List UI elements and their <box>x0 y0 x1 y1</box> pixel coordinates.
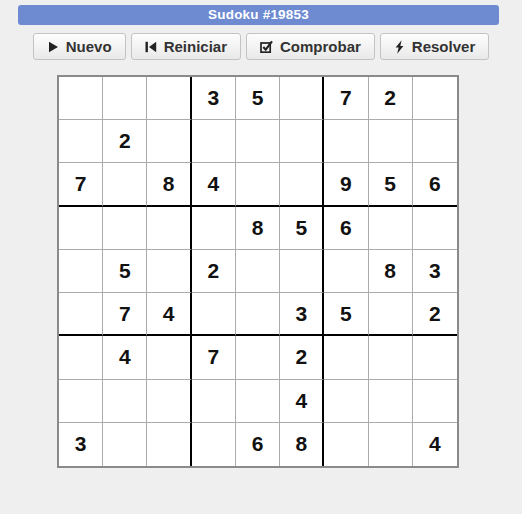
cell-r5c3[interactable] <box>147 250 191 293</box>
cell-r5c2[interactable]: 5 <box>103 250 147 293</box>
cell-r7c6[interactable]: 2 <box>280 336 324 379</box>
cell-r9c3[interactable] <box>147 423 191 466</box>
cell-r9c6[interactable]: 8 <box>280 423 324 466</box>
cell-r9c9[interactable]: 4 <box>413 423 457 466</box>
play-icon <box>47 41 59 53</box>
skip-to-start-icon <box>145 41 157 53</box>
cell-r7c5[interactable] <box>236 336 280 379</box>
new-game-label: Nuevo <box>66 38 112 55</box>
cell-r7c3[interactable] <box>147 336 191 379</box>
cell-r1c9[interactable] <box>413 77 457 120</box>
cell-r4c6[interactable]: 5 <box>280 207 324 250</box>
toolbar: Nuevo Reiniciar Comprobar <box>0 33 522 60</box>
cell-r9c8[interactable] <box>369 423 413 466</box>
cell-r9c7[interactable] <box>324 423 368 466</box>
cell-r6c8[interactable] <box>369 293 413 336</box>
cell-r4c2[interactable] <box>103 207 147 250</box>
cell-r3c8[interactable]: 5 <box>369 163 413 206</box>
cell-r2c8[interactable] <box>369 120 413 163</box>
cell-r8c4[interactable] <box>192 380 236 423</box>
cell-r9c1[interactable]: 3 <box>59 423 103 466</box>
restart-button[interactable]: Reiniciar <box>131 33 241 60</box>
cell-r1c3[interactable] <box>147 77 191 120</box>
cell-r3c4[interactable]: 4 <box>192 163 236 206</box>
restart-label: Reiniciar <box>164 38 227 55</box>
cell-r6c5[interactable] <box>236 293 280 336</box>
cell-r7c8[interactable] <box>369 336 413 379</box>
cell-r1c7[interactable]: 7 <box>324 77 368 120</box>
cell-r6c7[interactable]: 5 <box>324 293 368 336</box>
cell-r9c4[interactable] <box>192 423 236 466</box>
solve-label: Resolver <box>412 38 475 55</box>
sudoku-app: Sudoku #19853 Nuevo Reiniciar <box>0 0 522 514</box>
cell-r1c8[interactable]: 2 <box>369 77 413 120</box>
cell-r4c5[interactable]: 8 <box>236 207 280 250</box>
cell-r8c2[interactable] <box>103 380 147 423</box>
cell-r8c8[interactable] <box>369 380 413 423</box>
cell-r3c2[interactable] <box>103 163 147 206</box>
check-button[interactable]: Comprobar <box>246 33 375 60</box>
cell-r4c3[interactable] <box>147 207 191 250</box>
cell-r8c1[interactable] <box>59 380 103 423</box>
cell-r5c1[interactable] <box>59 250 103 293</box>
cell-r3c1[interactable]: 7 <box>59 163 103 206</box>
cell-r3c6[interactable] <box>280 163 324 206</box>
cell-r4c1[interactable] <box>59 207 103 250</box>
cell-r2c9[interactable] <box>413 120 457 163</box>
solve-button[interactable]: Resolver <box>380 33 489 60</box>
cell-r5c5[interactable] <box>236 250 280 293</box>
cell-r5c7[interactable] <box>324 250 368 293</box>
cell-r2c7[interactable] <box>324 120 368 163</box>
cell-r1c2[interactable] <box>103 77 147 120</box>
cell-r3c9[interactable]: 6 <box>413 163 457 206</box>
cell-r2c4[interactable] <box>192 120 236 163</box>
cell-r7c2[interactable]: 4 <box>103 336 147 379</box>
cell-r2c3[interactable] <box>147 120 191 163</box>
cell-r5c9[interactable]: 3 <box>413 250 457 293</box>
page-title: Sudoku #19853 <box>18 5 499 25</box>
cell-r8c7[interactable] <box>324 380 368 423</box>
cell-r4c8[interactable] <box>369 207 413 250</box>
cell-r1c4[interactable]: 3 <box>192 77 236 120</box>
cell-r6c9[interactable]: 2 <box>413 293 457 336</box>
cell-r1c1[interactable] <box>59 77 103 120</box>
cell-r2c1[interactable] <box>59 120 103 163</box>
check-square-icon <box>260 40 273 53</box>
cell-r4c9[interactable] <box>413 207 457 250</box>
cell-r7c7[interactable] <box>324 336 368 379</box>
cell-r4c7[interactable]: 6 <box>324 207 368 250</box>
cell-r8c9[interactable] <box>413 380 457 423</box>
cell-r6c6[interactable]: 3 <box>280 293 324 336</box>
cell-r2c2[interactable]: 2 <box>103 120 147 163</box>
cell-r2c5[interactable] <box>236 120 280 163</box>
cell-r5c8[interactable]: 8 <box>369 250 413 293</box>
cell-r7c1[interactable] <box>59 336 103 379</box>
lightning-icon <box>394 40 405 54</box>
cell-r6c2[interactable]: 7 <box>103 293 147 336</box>
cell-r4c4[interactable] <box>192 207 236 250</box>
cell-r8c3[interactable] <box>147 380 191 423</box>
cell-r2c6[interactable] <box>280 120 324 163</box>
cell-r1c5[interactable]: 5 <box>236 77 280 120</box>
cell-r3c7[interactable]: 9 <box>324 163 368 206</box>
cell-r6c3[interactable]: 4 <box>147 293 191 336</box>
cell-r7c9[interactable] <box>413 336 457 379</box>
cell-r3c3[interactable]: 8 <box>147 163 191 206</box>
cell-r3c5[interactable] <box>236 163 280 206</box>
cell-r8c5[interactable] <box>236 380 280 423</box>
cell-r9c5[interactable]: 6 <box>236 423 280 466</box>
check-label: Comprobar <box>280 38 361 55</box>
sudoku-board: 3572278495685652837435247243684 <box>57 75 459 468</box>
cell-r7c4[interactable]: 7 <box>192 336 236 379</box>
cell-r9c2[interactable] <box>103 423 147 466</box>
cell-r6c1[interactable] <box>59 293 103 336</box>
new-game-button[interactable]: Nuevo <box>33 33 126 60</box>
cell-r1c6[interactable] <box>280 77 324 120</box>
cell-r8c6[interactable]: 4 <box>280 380 324 423</box>
cell-r6c4[interactable] <box>192 293 236 336</box>
cell-r5c6[interactable] <box>280 250 324 293</box>
cell-r5c4[interactable]: 2 <box>192 250 236 293</box>
